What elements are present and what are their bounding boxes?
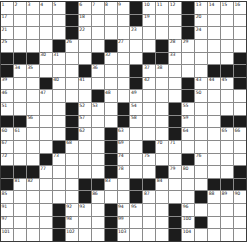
grid-cell-white[interactable] <box>105 78 117 90</box>
grid-cell-white[interactable] <box>208 53 220 65</box>
grid-cell-white[interactable]: 73 <box>53 154 65 166</box>
grid-cell-white[interactable] <box>27 40 39 52</box>
grid-cell-white[interactable] <box>105 103 117 115</box>
grid-cell-white[interactable] <box>118 90 130 102</box>
grid-cell-white[interactable]: 54 <box>130 103 142 115</box>
grid-cell-white[interactable]: 83 <box>105 179 117 191</box>
grid-cell-white[interactable]: 85 <box>1 191 13 203</box>
grid-cell-white[interactable] <box>208 116 220 128</box>
grid-cell-white[interactable]: 25 <box>1 40 13 52</box>
grid-cell-white[interactable]: 100 <box>182 217 194 229</box>
clue-number: 25 <box>2 39 7 45</box>
grid-cell-white[interactable]: 47 <box>40 90 52 102</box>
grid-cell-white[interactable]: 71 <box>169 141 181 153</box>
grid-cell-white[interactable] <box>92 40 104 52</box>
grid-cell-black <box>143 53 155 65</box>
grid-cell-white[interactable] <box>195 141 207 153</box>
grid-cell-white[interactable] <box>156 128 168 140</box>
grid-cell-white[interactable]: 9 <box>118 2 130 14</box>
clue-number: 36 <box>92 65 97 71</box>
grid-cell-white[interactable] <box>156 15 168 27</box>
grid-cell-white[interactable] <box>14 27 26 39</box>
grid-cell-white[interactable] <box>156 217 168 229</box>
grid-cell-white[interactable] <box>143 166 155 178</box>
grid-cell-white[interactable]: 12 <box>169 2 181 14</box>
grid-cell-white[interactable] <box>40 191 52 203</box>
grid-cell-white[interactable] <box>79 154 91 166</box>
grid-cell-white[interactable] <box>156 103 168 115</box>
grid-cell-white[interactable] <box>14 141 26 153</box>
grid-cell-white[interactable] <box>234 90 246 102</box>
grid-cell-white[interactable]: 86 <box>92 191 104 203</box>
grid-cell-white[interactable] <box>130 166 142 178</box>
grid-cell-white[interactable] <box>221 27 233 39</box>
grid-cell-white[interactable] <box>221 217 233 229</box>
grid-cell-white[interactable]: 53 <box>92 103 104 115</box>
grid-cell-white[interactable]: 51 <box>1 103 13 115</box>
grid-cell-white[interactable] <box>40 179 52 191</box>
grid-cell-black <box>66 2 78 14</box>
grid-cell-white[interactable] <box>118 27 130 39</box>
grid-cell-white[interactable] <box>14 15 26 27</box>
grid-cell-white[interactable] <box>27 141 39 153</box>
grid-cell-white[interactable] <box>130 154 142 166</box>
grid-cell-white[interactable]: 31 <box>53 53 65 65</box>
grid-cell-white[interactable] <box>221 103 233 115</box>
grid-cell-white[interactable] <box>156 27 168 39</box>
grid-cell-white[interactable]: 36 <box>92 65 104 77</box>
grid-cell-white[interactable]: 19 <box>143 15 155 27</box>
grid-cell-white[interactable] <box>53 166 65 178</box>
grid-cell-white[interactable] <box>221 53 233 65</box>
grid-cell-white[interactable] <box>27 191 39 203</box>
grid-cell-white[interactable] <box>66 90 78 102</box>
grid-cell-white[interactable]: 45 <box>221 78 233 90</box>
grid-cell-white[interactable]: 90 <box>234 191 246 203</box>
grid-cell-white[interactable] <box>27 204 39 216</box>
grid-cell-white[interactable] <box>169 90 181 102</box>
grid-cell-white[interactable]: 78 <box>118 166 130 178</box>
grid-cell-white[interactable]: 80 <box>182 166 194 178</box>
grid-cell-white[interactable]: 64 <box>182 128 194 140</box>
grid-cell-white[interactable]: 16 <box>234 2 246 14</box>
grid-cell-white[interactable] <box>130 229 142 241</box>
grid-cell-white[interactable] <box>118 15 130 27</box>
grid-cell-white[interactable]: 29 <box>182 40 194 52</box>
grid-cell-white[interactable] <box>143 103 155 115</box>
grid-cell-white[interactable] <box>40 27 52 39</box>
grid-cell-black <box>234 65 246 77</box>
grid-cell-white[interactable] <box>92 141 104 153</box>
grid-cell-white[interactable]: 59 <box>182 116 194 128</box>
grid-cell-white[interactable]: 2 <box>14 2 26 14</box>
grid-cell-white[interactable]: 20 <box>195 15 207 27</box>
grid-cell-white[interactable] <box>79 90 91 102</box>
grid-cell-white[interactable] <box>40 15 52 27</box>
grid-cell-white[interactable]: 72 <box>1 154 13 166</box>
grid-cell-white[interactable] <box>79 229 91 241</box>
grid-cell-white[interactable] <box>221 166 233 178</box>
grid-cell-white[interactable] <box>118 65 130 77</box>
grid-cell-white[interactable] <box>53 179 65 191</box>
grid-cell-white[interactable]: 99 <box>118 217 130 229</box>
grid-cell-white[interactable]: 58 <box>130 116 142 128</box>
grid-cell-white[interactable] <box>53 15 65 27</box>
grid-cell-white[interactable] <box>234 141 246 153</box>
grid-cell-white[interactable]: 35 <box>27 65 39 77</box>
grid-cell-white[interactable]: 50 <box>195 90 207 102</box>
grid-cell-white[interactable]: 13 <box>195 2 207 14</box>
grid-cell-white[interactable] <box>27 78 39 90</box>
grid-cell-white[interactable]: 68 <box>66 141 78 153</box>
grid-cell-white[interactable] <box>234 217 246 229</box>
grid-cell-white[interactable] <box>92 229 104 241</box>
grid-cell-white[interactable] <box>92 27 104 39</box>
grid-cell-white[interactable]: 84 <box>156 179 168 191</box>
grid-cell-white[interactable] <box>53 191 65 203</box>
grid-cell-white[interactable] <box>14 103 26 115</box>
grid-cell-white[interactable]: 8 <box>105 2 117 14</box>
grid-cell-white[interactable] <box>234 15 246 27</box>
clue-number: 65 <box>222 128 227 134</box>
grid-cell-white[interactable] <box>156 78 168 90</box>
grid-cell-white[interactable]: 17 <box>1 15 13 27</box>
grid-cell-white[interactable] <box>27 103 39 115</box>
grid-cell-white[interactable]: 56 <box>27 116 39 128</box>
grid-cell-white[interactable] <box>234 154 246 166</box>
grid-cell-white[interactable] <box>208 204 220 216</box>
grid-cell-white[interactable] <box>169 191 181 203</box>
grid-cell-white[interactable] <box>221 90 233 102</box>
grid-cell-black <box>79 191 91 203</box>
grid-cell-white[interactable] <box>208 166 220 178</box>
grid-cell-black <box>221 116 233 128</box>
grid-cell-white[interactable] <box>118 53 130 65</box>
grid-cell-white[interactable] <box>105 191 117 203</box>
grid-cell-white[interactable] <box>195 179 207 191</box>
grid-cell-white[interactable]: 103 <box>118 229 130 241</box>
grid-cell-white[interactable] <box>53 128 65 140</box>
grid-cell-white[interactable] <box>195 53 207 65</box>
grid-cell-white[interactable]: 65 <box>221 128 233 140</box>
grid-cell-white[interactable] <box>195 204 207 216</box>
grid-cell-white[interactable] <box>118 179 130 191</box>
grid-cell-white[interactable] <box>14 40 26 52</box>
grid-cell-white[interactable] <box>40 103 52 115</box>
grid-cell-white[interactable]: 96 <box>182 204 194 216</box>
grid-cell-white[interactable]: 27 <box>118 40 130 52</box>
grid-cell-white[interactable] <box>169 179 181 191</box>
grid-cell-white[interactable] <box>208 229 220 241</box>
grid-cell-white[interactable] <box>143 90 155 102</box>
grid-cell-white[interactable] <box>143 229 155 241</box>
grid-cell-white[interactable]: 15 <box>221 2 233 14</box>
grid-cell-white[interactable]: 49 <box>130 90 142 102</box>
grid-cell-white[interactable] <box>195 40 207 52</box>
grid-cell-white[interactable]: 77 <box>40 166 52 178</box>
grid-cell-white[interactable] <box>169 154 181 166</box>
grid-cell-white[interactable]: 3 <box>27 2 39 14</box>
grid-cell-white[interactable] <box>92 154 104 166</box>
grid-cell-white[interactable]: 55 <box>182 103 194 115</box>
grid-cell-white[interactable]: 37 <box>143 65 155 77</box>
grid-cell-white[interactable] <box>156 116 168 128</box>
grid-cell-white[interactable] <box>27 90 39 102</box>
grid-cell-white[interactable] <box>143 217 155 229</box>
grid-cell-white[interactable] <box>156 191 168 203</box>
grid-cell-white[interactable]: 89 <box>221 191 233 203</box>
grid-cell-white[interactable] <box>182 141 194 153</box>
grid-cell-white[interactable] <box>105 65 117 77</box>
grid-cell-white[interactable]: 5 <box>53 2 65 14</box>
grid-cell-white[interactable]: 26 <box>66 40 78 52</box>
grid-cell-white[interactable] <box>130 128 142 140</box>
grid-cell-white[interactable] <box>105 15 117 27</box>
grid-cell-white[interactable] <box>53 116 65 128</box>
grid-cell-white[interactable]: 104 <box>182 229 194 241</box>
grid-cell-white[interactable]: 88 <box>208 191 220 203</box>
grid-cell-white[interactable] <box>130 141 142 153</box>
grid-cell-white[interactable] <box>208 141 220 153</box>
grid-cell-white[interactable] <box>40 229 52 241</box>
grid-cell-white[interactable]: 10 <box>143 2 155 14</box>
grid-cell-white[interactable] <box>156 90 168 102</box>
grid-cell-white[interactable]: 1 <box>1 2 13 14</box>
grid-cell-white[interactable]: 67 <box>1 141 13 153</box>
grid-cell-white[interactable] <box>79 141 91 153</box>
grid-cell-white[interactable] <box>208 40 220 52</box>
grid-cell-white[interactable]: 94 <box>118 204 130 216</box>
grid-cell-white[interactable] <box>169 65 181 77</box>
grid-cell-white[interactable] <box>53 90 65 102</box>
grid-cell-white[interactable] <box>40 217 52 229</box>
grid-cell-white[interactable] <box>208 128 220 140</box>
grid-cell-white[interactable]: 102 <box>66 229 78 241</box>
grid-cell-white[interactable] <box>66 166 78 178</box>
grid-cell-white[interactable]: 38 <box>156 65 168 77</box>
grid-cell-white[interactable]: 81 <box>14 179 26 191</box>
grid-cell-white[interactable] <box>118 191 130 203</box>
clue-number: 12 <box>170 2 175 8</box>
grid-cell-white[interactable]: 42 <box>143 78 155 90</box>
grid-cell-white[interactable]: 75 <box>143 154 155 166</box>
grid-cell-white[interactable] <box>234 204 246 216</box>
grid-cell-white[interactable]: 74 <box>118 154 130 166</box>
grid-cell-white[interactable]: 69 <box>118 141 130 153</box>
grid-cell-white[interactable]: 62 <box>79 128 91 140</box>
grid-cell-white[interactable] <box>182 191 194 203</box>
grid-cell-white[interactable] <box>14 90 26 102</box>
grid-cell-white[interactable] <box>208 154 220 166</box>
grid-cell-white[interactable] <box>40 141 52 153</box>
grid-cell-white[interactable] <box>234 229 246 241</box>
grid-cell-white[interactable] <box>208 27 220 39</box>
grid-cell-white[interactable] <box>40 116 52 128</box>
grid-cell-white[interactable] <box>182 53 194 65</box>
grid-cell-white[interactable] <box>156 204 168 216</box>
grid-cell-white[interactable] <box>182 179 194 191</box>
grid-cell-white[interactable]: 22 <box>79 27 91 39</box>
grid-cell-white[interactable] <box>27 128 39 140</box>
grid-cell-white[interactable]: 93 <box>79 204 91 216</box>
grid-cell-white[interactable] <box>79 166 91 178</box>
grid-cell-white[interactable] <box>14 217 26 229</box>
grid-cell-white[interactable] <box>169 15 181 27</box>
grid-cell-white[interactable] <box>208 103 220 115</box>
clue-number: 41 <box>79 77 84 83</box>
grid-cell-black <box>92 53 104 65</box>
grid-cell-white[interactable]: 91 <box>1 204 13 216</box>
grid-cell-white[interactable] <box>92 128 104 140</box>
grid-cell-white[interactable] <box>14 229 26 241</box>
grid-cell-white[interactable]: 61 <box>14 128 26 140</box>
grid-cell-white[interactable] <box>143 40 155 52</box>
grid-cell-white[interactable] <box>221 154 233 166</box>
grid-cell-white[interactable] <box>221 40 233 52</box>
grid-cell-white[interactable] <box>105 116 117 128</box>
grid-cell-white[interactable]: 46 <box>1 90 13 102</box>
grid-cell-white[interactable] <box>79 217 91 229</box>
grid-cell-black <box>221 179 233 191</box>
grid-cell-white[interactable] <box>53 65 65 77</box>
grid-cell-white[interactable] <box>143 116 155 128</box>
grid-cell-white[interactable]: 98 <box>66 217 78 229</box>
grid-cell-white[interactable]: 66 <box>234 128 246 140</box>
grid-cell-white[interactable]: 23 <box>130 27 142 39</box>
grid-cell-white[interactable] <box>169 27 181 39</box>
grid-cell-white[interactable] <box>14 204 26 216</box>
grid-cell-white[interactable]: 21 <box>1 27 13 39</box>
grid-cell-white[interactable] <box>66 191 78 203</box>
grid-cell-white[interactable]: 24 <box>195 27 207 39</box>
grid-cell-white[interactable] <box>92 217 104 229</box>
grid-cell-white[interactable] <box>208 15 220 27</box>
grid-cell-white[interactable] <box>208 90 220 102</box>
grid-cell-white[interactable] <box>79 53 91 65</box>
grid-cell-white[interactable] <box>92 116 104 128</box>
grid-cell-white[interactable]: 18 <box>79 15 91 27</box>
grid-cell-white[interactable]: 101 <box>1 229 13 241</box>
grid-cell-white[interactable] <box>92 204 104 216</box>
grid-cell-black <box>234 179 246 191</box>
grid-cell-white[interactable] <box>14 191 26 203</box>
grid-cell-white[interactable]: 30 <box>40 53 52 65</box>
grid-cell-white[interactable] <box>234 27 246 39</box>
grid-cell-white[interactable] <box>66 179 78 191</box>
grid-cell-white[interactable] <box>66 78 78 90</box>
grid-cell-white[interactable] <box>40 40 52 52</box>
grid-cell-white[interactable] <box>182 65 194 77</box>
grid-cell-white[interactable]: 4 <box>40 2 52 14</box>
grid-cell-white[interactable] <box>27 217 39 229</box>
grid-cell-white[interactable] <box>195 116 207 128</box>
grid-cell-white[interactable]: 82 <box>27 179 39 191</box>
grid-cell-white[interactable]: 79 <box>169 166 181 178</box>
grid-cell-white[interactable]: 60 <box>1 128 13 140</box>
grid-cell-white[interactable]: 63 <box>118 128 130 140</box>
grid-cell-white[interactable] <box>195 166 207 178</box>
grid-cell-white[interactable] <box>195 128 207 140</box>
grid-cell-white[interactable] <box>66 53 78 65</box>
grid-cell-white[interactable]: 40 <box>53 78 65 90</box>
grid-cell-white[interactable] <box>221 141 233 153</box>
grid-cell-white[interactable] <box>156 229 168 241</box>
grid-cell-white[interactable] <box>92 166 104 178</box>
grid-cell-white[interactable] <box>221 15 233 27</box>
grid-cell-white[interactable]: 28 <box>169 40 181 52</box>
grid-cell-white[interactable] <box>66 154 78 166</box>
grid-cell-white[interactable]: 43 <box>195 78 207 90</box>
grid-cell-white[interactable]: 97 <box>1 217 13 229</box>
grid-cell-white[interactable] <box>221 229 233 241</box>
grid-cell-white[interactable]: 41 <box>79 78 91 90</box>
grid-cell-white[interactable]: 6 <box>79 2 91 14</box>
grid-cell-white[interactable]: 48 <box>105 90 117 102</box>
grid-cell-white[interactable] <box>208 217 220 229</box>
grid-cell-white[interactable] <box>234 103 246 115</box>
grid-cell-white[interactable] <box>195 229 207 241</box>
grid-cell-white[interactable] <box>40 204 52 216</box>
grid-cell-white[interactable]: 76 <box>195 154 207 166</box>
grid-cell-white[interactable] <box>169 78 181 90</box>
grid-cell-white[interactable] <box>156 154 168 166</box>
grid-cell-white[interactable] <box>92 78 104 90</box>
grid-cell-white[interactable] <box>40 65 52 77</box>
grid-cell-white[interactable] <box>105 27 117 39</box>
grid-cell-white[interactable]: 95 <box>130 204 142 216</box>
grid-cell-white[interactable] <box>53 103 65 115</box>
grid-cell-white[interactable]: 92 <box>66 204 78 216</box>
grid-cell-white[interactable] <box>27 15 39 27</box>
grid-cell-white[interactable] <box>66 65 78 77</box>
grid-cell-white[interactable] <box>143 27 155 39</box>
grid-cell-white[interactable] <box>130 53 142 65</box>
grid-cell-white[interactable] <box>130 40 142 52</box>
grid-cell-white[interactable] <box>221 204 233 216</box>
grid-cell-white[interactable] <box>79 40 91 52</box>
grid-cell-white[interactable]: 52 <box>79 103 91 115</box>
grid-cell-white[interactable] <box>40 128 52 140</box>
grid-cell-white[interactable] <box>130 217 142 229</box>
grid-cell-white[interactable]: 33 <box>169 53 181 65</box>
grid-cell-white[interactable] <box>27 154 39 166</box>
grid-cell-white[interactable]: 34 <box>14 65 26 77</box>
grid-cell-white[interactable]: 11 <box>156 2 168 14</box>
grid-cell-white[interactable]: 87 <box>143 191 155 203</box>
grid-cell-white[interactable]: 39 <box>1 78 13 90</box>
grid-cell-white[interactable] <box>118 78 130 90</box>
grid-cell-white[interactable] <box>14 78 26 90</box>
grid-cell-white[interactable] <box>143 204 155 216</box>
grid-cell-white[interactable] <box>195 103 207 115</box>
grid-cell-black <box>234 116 246 128</box>
clue-number: 102 <box>66 229 74 235</box>
grid-cell-white[interactable]: 14 <box>208 2 220 14</box>
grid-cell-white[interactable]: 32 <box>105 53 117 65</box>
grid-cell-white[interactable] <box>92 15 104 27</box>
grid-cell-white[interactable]: 44 <box>208 78 220 90</box>
grid-cell-white[interactable]: 57 <box>79 116 91 128</box>
grid-cell-white[interactable] <box>27 27 39 39</box>
grid-cell-white[interactable]: 7 <box>92 2 104 14</box>
grid-cell-white[interactable]: 70 <box>156 141 168 153</box>
grid-cell-white[interactable] <box>14 154 26 166</box>
grid-cell-white[interactable] <box>27 229 39 241</box>
grid-cell-white[interactable] <box>195 65 207 77</box>
grid-cell-white[interactable] <box>143 128 155 140</box>
grid-cell-white[interactable] <box>53 27 65 39</box>
grid-cell-white[interactable] <box>234 40 246 52</box>
